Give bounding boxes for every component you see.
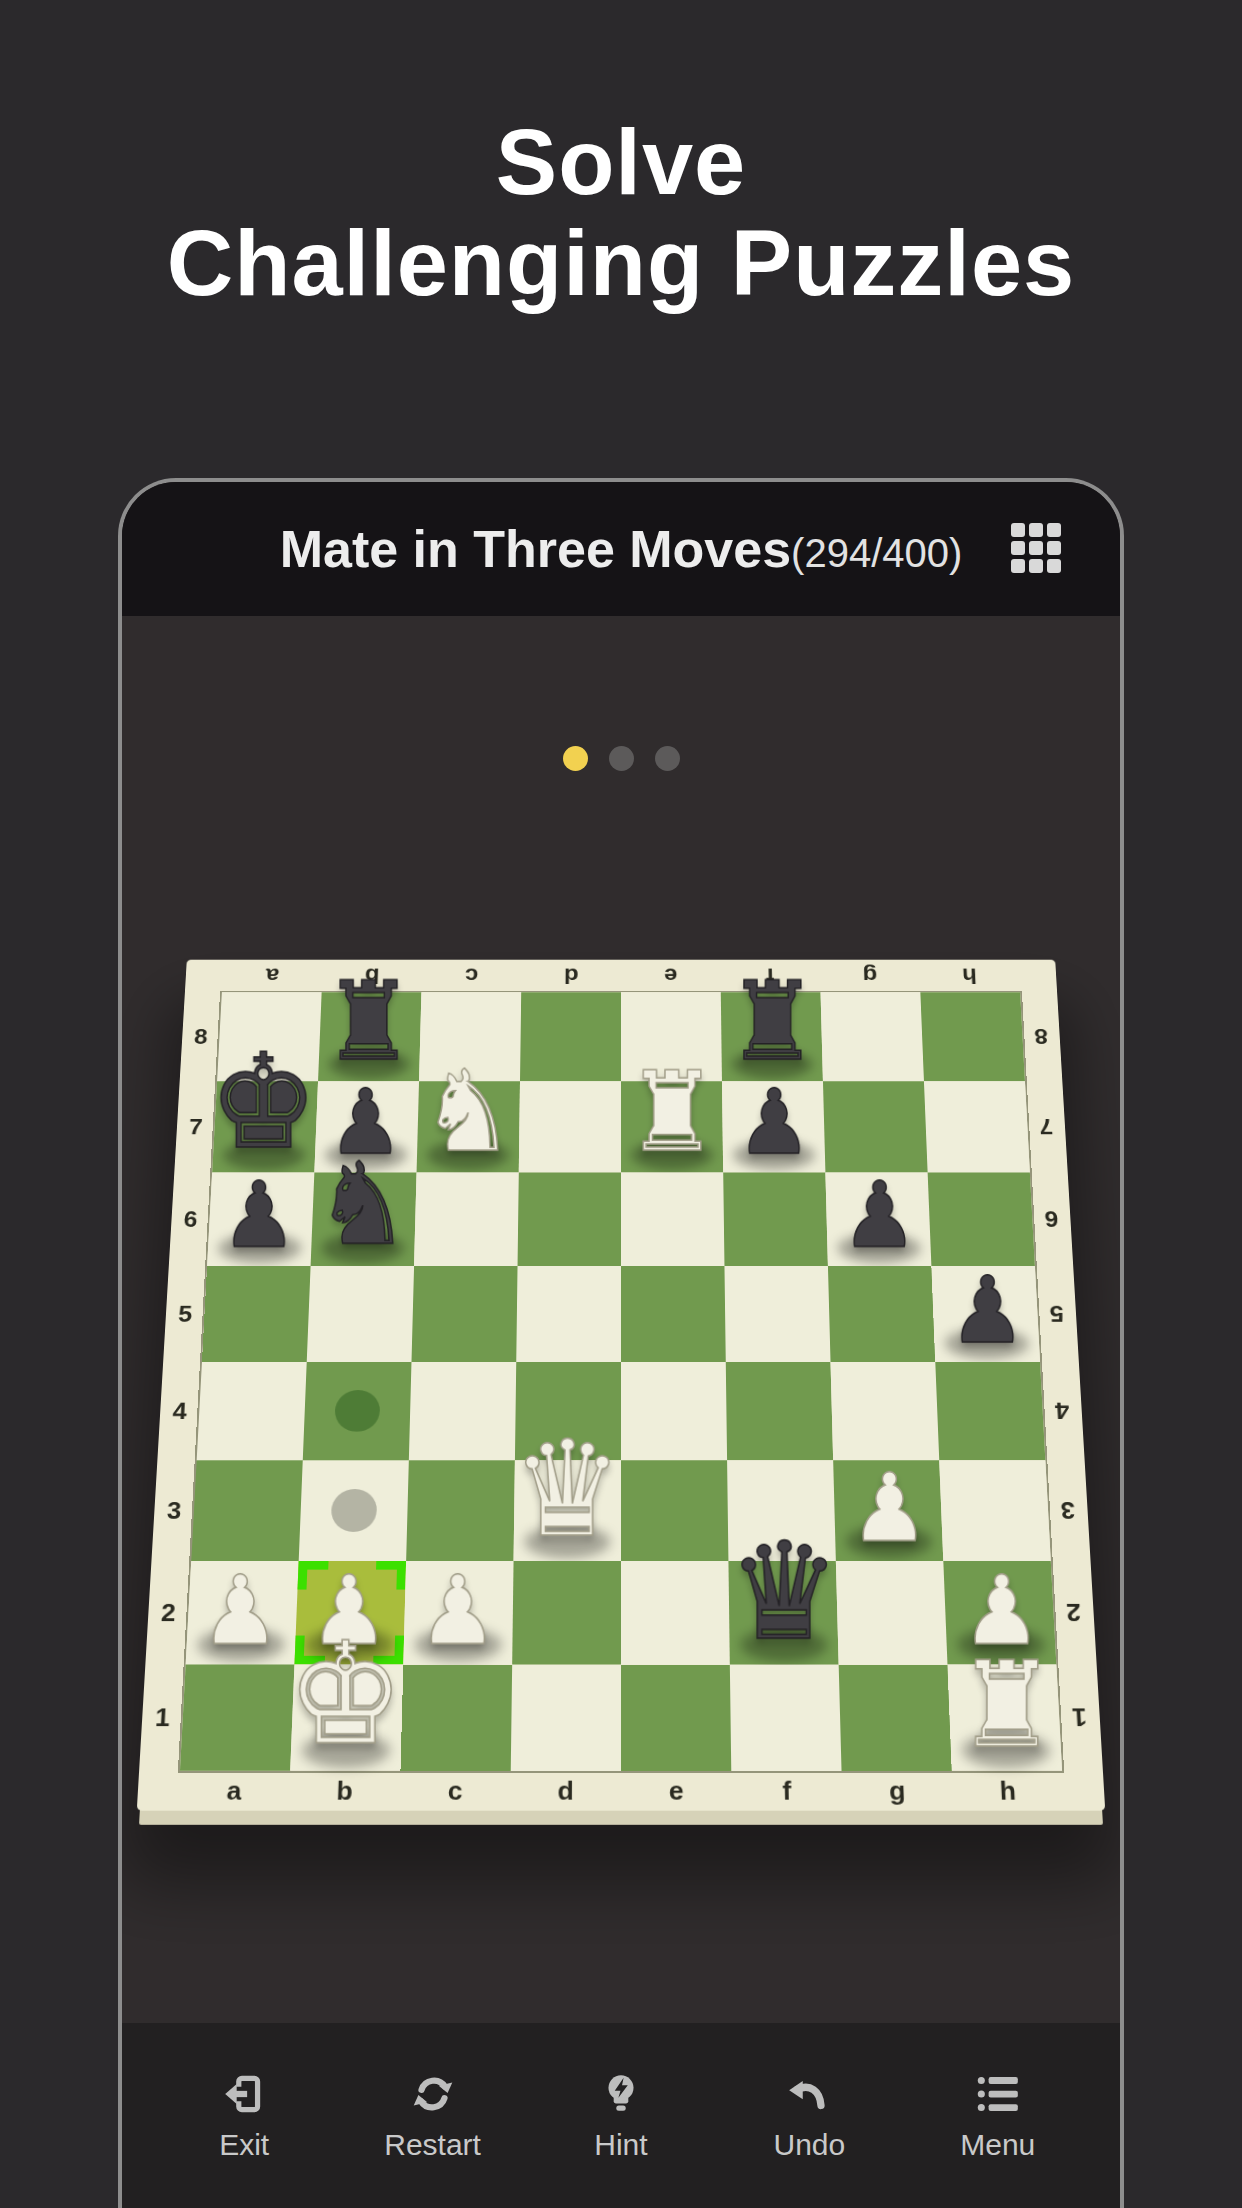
square-e4[interactable] <box>621 1362 727 1460</box>
square-c8[interactable] <box>419 992 521 1081</box>
piece-shadow <box>328 1050 410 1079</box>
piece-shadow <box>321 1233 405 1263</box>
grid-icon <box>1009 521 1063 578</box>
promo-title-line2: Challenging Puzzles <box>0 213 1242 314</box>
square-b4[interactable] <box>303 1362 412 1460</box>
rank-label-left-4: 4 <box>157 1362 202 1460</box>
square-e7[interactable]: ♜ <box>621 1081 723 1172</box>
square-c5[interactable] <box>411 1266 517 1362</box>
promo-title: Solve Challenging Puzzles <box>0 112 1242 314</box>
file-label-bottom-c: c <box>399 1771 510 1811</box>
square-d6[interactable] <box>518 1173 621 1267</box>
square-d7[interactable] <box>519 1081 621 1172</box>
rank-label-left-6: 6 <box>169 1173 212 1267</box>
black-queen-f2[interactable]: ♛ <box>728 1524 840 1659</box>
black-knight-b6[interactable]: ♞ <box>315 1147 410 1261</box>
piece-shadow <box>631 1140 713 1169</box>
white-pawn-a2[interactable]: ♟ <box>201 1563 281 1658</box>
restart-icon <box>409 2070 457 2118</box>
square-e8[interactable] <box>621 992 722 1081</box>
promo-title-line1: Solve <box>0 112 1242 213</box>
piece-shadow <box>732 1050 813 1079</box>
square-c3[interactable] <box>406 1460 515 1561</box>
hint-icon <box>597 2070 645 2118</box>
menu-label: Menu <box>960 2128 1035 2162</box>
square-h8[interactable] <box>920 992 1025 1081</box>
rank-label-left-7: 7 <box>174 1081 217 1172</box>
undo-button[interactable]: Undo <box>744 2070 874 2162</box>
board-scene: abcdefgh abcdefgh 87654321 87654321 ♜♜♚♟… <box>149 857 1093 1867</box>
square-f6[interactable] <box>723 1173 828 1267</box>
square-b6[interactable]: ♞ <box>311 1173 417 1267</box>
black-king-a7[interactable]: ♚ <box>209 1037 318 1168</box>
square-b1[interactable]: ♚ <box>290 1665 403 1771</box>
square-d8[interactable] <box>520 992 621 1081</box>
white-pawn-c2[interactable]: ♟ <box>418 1563 497 1658</box>
square-a5[interactable] <box>202 1266 311 1362</box>
square-b5[interactable] <box>307 1266 414 1362</box>
hint-button[interactable]: Hint <box>556 2070 686 2162</box>
square-h7[interactable] <box>924 1081 1030 1172</box>
white-queen-d3[interactable]: ♛ <box>512 1423 623 1556</box>
square-a1[interactable] <box>180 1665 295 1771</box>
square-h6[interactable] <box>928 1173 1035 1267</box>
square-b8[interactable]: ♜ <box>318 992 421 1081</box>
square-f7[interactable]: ♟ <box>722 1081 825 1172</box>
square-h3[interactable] <box>939 1460 1051 1561</box>
square-a6[interactable]: ♟ <box>207 1173 314 1267</box>
undo-icon <box>785 2070 833 2118</box>
hint-label: Hint <box>594 2128 647 2162</box>
square-b3[interactable] <box>299 1460 409 1561</box>
pager-dot-active[interactable] <box>563 746 588 771</box>
square-c4[interactable] <box>409 1362 516 1460</box>
move-hint-dot-b4[interactable] <box>334 1390 380 1432</box>
square-d5[interactable] <box>516 1266 621 1362</box>
square-a4[interactable] <box>197 1362 307 1460</box>
square-h5[interactable]: ♟ <box>931 1266 1040 1362</box>
pager-dots <box>122 746 1120 771</box>
app-header: Mate in Three Moves(294/400) <box>122 482 1120 616</box>
square-g2[interactable] <box>836 1561 948 1664</box>
square-f5[interactable] <box>724 1266 830 1362</box>
board-squares: ♜♜♚♟♞♜♟♟♞♟♟♛♟♟♟♟♛♟♚♜ <box>180 992 1062 1771</box>
square-a7[interactable]: ♚ <box>212 1081 318 1172</box>
rank-label-right-1: 1 <box>1056 1665 1103 1771</box>
file-labels-top: abcdefgh <box>222 960 1020 992</box>
file-label-top-f: f <box>720 960 820 992</box>
menu-button[interactable]: Menu <box>933 2070 1063 2162</box>
file-label-bottom-e: e <box>621 1771 732 1811</box>
black-pawn-h5[interactable]: ♟ <box>949 1265 1026 1357</box>
square-f4[interactable] <box>726 1362 833 1460</box>
exit-label: Exit <box>219 2128 269 2162</box>
square-g4[interactable] <box>831 1362 940 1460</box>
bottom-toolbar: Exit Restart H <box>122 2023 1120 2208</box>
pager-dot[interactable] <box>655 746 680 771</box>
rank-label-right-6: 6 <box>1030 1173 1073 1267</box>
square-a3[interactable] <box>191 1460 303 1561</box>
white-knight-c7[interactable]: ♞ <box>421 1055 514 1167</box>
rank-label-right-7: 7 <box>1025 1081 1068 1172</box>
square-d3[interactable]: ♛ <box>514 1460 621 1561</box>
square-e3[interactable] <box>621 1460 728 1561</box>
file-labels-bottom: abcdefgh <box>178 1771 1064 1811</box>
file-label-top-g: g <box>820 960 921 992</box>
white-rook-h1[interactable]: ♜ <box>957 1646 1056 1765</box>
page-title: Mate in Three Moves <box>280 519 791 579</box>
rank-label-right-4: 4 <box>1040 1362 1085 1460</box>
white-pawn-g3[interactable]: ♟ <box>850 1461 929 1555</box>
restart-button[interactable]: Restart <box>368 2070 498 2162</box>
exit-button[interactable]: Exit <box>179 2070 309 2162</box>
square-f2[interactable]: ♛ <box>728 1561 838 1664</box>
header-title-wrap: Mate in Three Moves(294/400) <box>280 519 963 579</box>
square-b7[interactable]: ♟ <box>314 1081 419 1172</box>
square-g6[interactable]: ♟ <box>825 1173 931 1267</box>
file-label-top-d: d <box>521 960 621 992</box>
exit-icon <box>220 2070 268 2118</box>
square-c1[interactable] <box>400 1665 512 1771</box>
square-d2[interactable] <box>512 1561 621 1664</box>
file-label-bottom-a: a <box>178 1771 290 1811</box>
file-label-bottom-g: g <box>842 1771 954 1811</box>
rank-label-right-5: 5 <box>1035 1266 1079 1362</box>
phone-frame: Mate in Three Moves(294/400) abcdefgh ab <box>118 478 1124 2208</box>
puzzle-list-button[interactable] <box>1008 521 1064 577</box>
square-a2[interactable]: ♟ <box>186 1561 299 1664</box>
square-c2[interactable]: ♟ <box>403 1561 513 1664</box>
square-g8[interactable] <box>821 992 924 1081</box>
white-rook-e7[interactable]: ♜ <box>626 1057 718 1167</box>
rank-label-right-2: 2 <box>1051 1561 1097 1664</box>
pager-dot[interactable] <box>609 746 634 771</box>
move-hint-dot-b3[interactable] <box>331 1489 378 1532</box>
square-g1[interactable] <box>839 1665 952 1771</box>
rank-label-left-2: 2 <box>145 1561 191 1664</box>
square-e5[interactable] <box>621 1266 726 1362</box>
square-e6[interactable] <box>621 1173 724 1267</box>
square-f8[interactable]: ♜ <box>721 992 823 1081</box>
piece-shadow <box>427 1140 509 1169</box>
square-h4[interactable] <box>935 1362 1045 1460</box>
piece-shadow <box>944 1328 1029 1359</box>
square-g5[interactable] <box>828 1266 935 1362</box>
file-label-top-b: b <box>322 960 423 992</box>
black-pawn-b7[interactable]: ♟ <box>328 1078 403 1168</box>
square-e2[interactable] <box>621 1561 730 1664</box>
rank-label-left-3: 3 <box>151 1460 196 1561</box>
file-label-bottom-f: f <box>731 1771 842 1811</box>
black-pawn-a6[interactable]: ♟ <box>221 1170 297 1261</box>
piece-shadow <box>223 1140 306 1169</box>
menu-icon <box>974 2070 1022 2118</box>
square-e1[interactable] <box>621 1665 731 1771</box>
puzzle-progress-count: (294/400) <box>791 531 962 576</box>
black-pawn-f7[interactable]: ♟ <box>737 1078 812 1168</box>
undo-label: Undo <box>774 2128 846 2162</box>
square-c7[interactable]: ♞ <box>417 1081 520 1172</box>
square-g3[interactable]: ♟ <box>833 1460 943 1561</box>
rank-label-right-3: 3 <box>1045 1460 1090 1561</box>
file-label-top-h: h <box>919 960 1020 992</box>
file-label-bottom-b: b <box>289 1771 401 1811</box>
square-a8[interactable] <box>217 992 322 1081</box>
rank-label-left-1: 1 <box>139 1665 186 1771</box>
file-label-bottom-d: d <box>510 1771 621 1811</box>
chess-board: abcdefgh abcdefgh 87654321 87654321 ♜♜♚♟… <box>137 960 1105 1811</box>
rank-label-left-5: 5 <box>163 1266 207 1362</box>
square-g7[interactable] <box>823 1081 928 1172</box>
file-label-top-c: c <box>421 960 521 992</box>
file-label-top-a: a <box>222 960 323 992</box>
square-f1[interactable] <box>730 1665 842 1771</box>
square-d1[interactable] <box>511 1665 621 1771</box>
file-label-top-e: e <box>621 960 721 992</box>
square-c6[interactable] <box>414 1173 519 1267</box>
piece-shadow <box>837 1233 921 1263</box>
piece-shadow <box>218 1233 302 1263</box>
white-king-b1[interactable]: ♚ <box>287 1624 404 1765</box>
restart-label: Restart <box>384 2128 481 2162</box>
piece-shadow <box>325 1140 408 1169</box>
rank-label-right-8: 8 <box>1020 992 1062 1081</box>
file-label-bottom-h: h <box>952 1771 1064 1811</box>
black-pawn-g6[interactable]: ♟ <box>842 1170 918 1261</box>
square-h1[interactable]: ♜ <box>947 1665 1062 1771</box>
rank-label-left-8: 8 <box>180 992 222 1081</box>
piece-shadow <box>733 1140 815 1169</box>
